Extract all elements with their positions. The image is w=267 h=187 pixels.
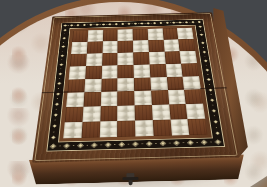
inlay-dot: • — [150, 22, 152, 24]
inlay-dot: • — [72, 144, 75, 147]
inlay-dot: • — [119, 23, 121, 25]
inlay-dot: • — [74, 24, 76, 26]
inlay-dot: • — [155, 142, 157, 145]
inlay-motif: ◈ — [173, 139, 180, 146]
inlay-dot: • — [56, 98, 58, 101]
inlay-motif: ◆ — [108, 23, 111, 26]
inlay-dot: • — [210, 140, 213, 143]
square-d1[interactable] — [117, 121, 135, 137]
square-a1[interactable] — [63, 122, 82, 138]
inlay-dot: • — [57, 87, 59, 90]
inlay-dot: • — [144, 22, 146, 24]
inlay-motif: ◆ — [210, 98, 214, 102]
inlay-motif: ◆ — [212, 109, 217, 113]
clasp[interactable] — [120, 173, 140, 187]
inlay-motif: ◈ — [200, 139, 207, 146]
square-d5[interactable] — [118, 65, 134, 78]
inlay-dot: • — [215, 126, 218, 129]
square-h3[interactable] — [184, 89, 203, 104]
square-f3[interactable] — [151, 90, 169, 105]
square-e5[interactable] — [134, 64, 151, 77]
inlay-dot: • — [170, 22, 172, 24]
inlay-motif: ◆ — [140, 22, 143, 25]
square-h7[interactable] — [178, 39, 195, 51]
inlay-motif: ◈ — [214, 138, 221, 145]
square-e2[interactable] — [135, 105, 153, 121]
inlay-motif: ◈ — [105, 141, 112, 148]
inlay-dot: • — [106, 23, 108, 25]
inlay-motif: ◆ — [127, 22, 130, 25]
inlay-dot: • — [200, 30, 202, 32]
square-e6[interactable] — [133, 52, 149, 65]
inlay-motif: ◆ — [215, 131, 220, 135]
square-b7[interactable] — [87, 41, 103, 53]
inlay-dot: • — [208, 83, 211, 86]
inlay-dot: • — [212, 104, 215, 107]
inlay-motif: ◆ — [198, 25, 202, 28]
inlay-dot: • — [196, 141, 199, 144]
square-d6[interactable] — [118, 52, 134, 65]
inlay-dot: • — [168, 141, 171, 144]
square-e3[interactable] — [134, 91, 151, 106]
square-b8[interactable] — [87, 30, 103, 42]
inlay-dot: • — [60, 68, 62, 71]
square-a3[interactable] — [66, 93, 84, 108]
square-b2[interactable] — [82, 106, 100, 122]
square-g7[interactable] — [163, 39, 180, 51]
inlay-motif: ◆ — [52, 124, 56, 128]
inlay-motif: ◈ — [132, 141, 139, 148]
square-a7[interactable] — [71, 42, 87, 54]
inlay-motif: ◆ — [204, 59, 208, 62]
square-h8[interactable] — [177, 28, 193, 40]
photo-canvas: ◆•◆•◆•◆•◆•◆•◆•◆•◆•◆•◆•◆•◆•◆•◆•◆•◆•◆•◆•◆•… — [0, 0, 267, 187]
inlay-motif: ◆ — [200, 33, 204, 36]
square-g5[interactable] — [165, 63, 182, 76]
inlay-dot: • — [182, 141, 185, 144]
inlay-motif: ◆ — [62, 37, 66, 40]
inlay-motif: ◈ — [63, 142, 70, 149]
square-c8[interactable] — [103, 30, 118, 42]
inlay-motif: ◆ — [207, 78, 211, 82]
inlay-dot: • — [213, 115, 216, 118]
inlay-motif: ◈ — [118, 141, 124, 148]
square-f6[interactable] — [149, 51, 166, 64]
square-g8[interactable] — [162, 28, 178, 40]
inlay-dot: • — [112, 23, 114, 25]
square-b1[interactable] — [81, 122, 100, 138]
inlay-dot: • — [87, 24, 89, 26]
square-c1[interactable] — [99, 121, 117, 137]
clasp-loop — [129, 180, 133, 185]
inlay-motif: ◆ — [205, 68, 209, 72]
inlay-motif: ◆ — [202, 50, 206, 53]
inlay-motif: ◈ — [159, 140, 166, 147]
inlay-dot: • — [80, 24, 82, 26]
inlay-dot: • — [100, 143, 102, 146]
inlay-dot: • — [157, 22, 159, 24]
inlay-dot: • — [125, 23, 127, 25]
inlay-motif: ◆ — [61, 45, 65, 48]
inlay-motif: ◆ — [201, 42, 205, 45]
inlay-motif: ◆ — [57, 82, 61, 86]
inlay-motif: ◆ — [59, 63, 63, 66]
square-c5[interactable] — [101, 65, 117, 78]
square-e8[interactable] — [133, 29, 148, 41]
square-c7[interactable] — [102, 41, 118, 53]
inlay-dot: • — [210, 94, 213, 97]
square-f5[interactable] — [149, 64, 166, 77]
inlay-motif: ◆ — [95, 23, 98, 26]
square-g3[interactable] — [168, 90, 186, 105]
inlay-dot: • — [138, 22, 140, 24]
board-top-face: ◆•◆•◆•◆•◆•◆•◆•◆•◆•◆•◆•◆•◆•◆•◆•◆•◆•◆•◆•◆•… — [32, 12, 240, 162]
square-a5[interactable] — [69, 66, 86, 79]
square-d2[interactable] — [117, 106, 135, 122]
square-e7[interactable] — [133, 40, 149, 52]
square-g1[interactable] — [170, 119, 189, 135]
square-c2[interactable] — [100, 106, 118, 122]
inlay-motif: ◈ — [77, 142, 84, 149]
inlay-dot: • — [163, 22, 165, 24]
inlay-motif: ◆ — [58, 72, 62, 76]
square-h2[interactable] — [186, 104, 205, 119]
inlay-motif: ◆ — [213, 120, 218, 124]
inlay-dot: • — [114, 143, 116, 146]
square-b6[interactable] — [86, 53, 102, 66]
inlay-dot: • — [62, 50, 64, 52]
inlay-dot: • — [67, 24, 69, 26]
inlay-dot: • — [61, 59, 63, 61]
inlay-dot: • — [207, 74, 209, 77]
square-c3[interactable] — [100, 92, 117, 107]
inlay-motif: ◆ — [54, 113, 58, 117]
square-d3[interactable] — [117, 91, 134, 106]
square-f7[interactable] — [148, 40, 164, 52]
square-a8[interactable] — [72, 30, 88, 42]
inlay-motif: ◆ — [197, 20, 201, 23]
inlay-dot: • — [204, 55, 206, 57]
square-a6[interactable] — [70, 53, 87, 66]
inlay-motif: ◈ — [49, 143, 56, 150]
inlay-dot: • — [58, 78, 60, 81]
square-e1[interactable] — [135, 120, 153, 136]
square-f1[interactable] — [153, 120, 172, 136]
inlay-motif: ◈ — [91, 142, 98, 149]
inlay-motif: ◈ — [187, 139, 194, 146]
inlay-dot: • — [176, 21, 178, 23]
inlay-dot: • — [189, 21, 191, 23]
inlay-motif: ◆ — [134, 22, 137, 25]
inlay-dot: • — [127, 143, 129, 146]
square-d8[interactable] — [118, 29, 133, 41]
inlay-dot: • — [202, 46, 204, 48]
square-f2[interactable] — [152, 105, 170, 120]
inlay-motif: ◆ — [60, 54, 64, 57]
inlay-dot: • — [182, 21, 184, 23]
square-c6[interactable] — [102, 53, 118, 66]
inlay-motif: ◆ — [63, 29, 67, 32]
inlay-dot: • — [86, 144, 88, 147]
inlay-dot: • — [93, 24, 95, 26]
inlay-dot: • — [195, 21, 197, 23]
square-h5[interactable] — [181, 63, 199, 76]
square-h6[interactable] — [180, 51, 197, 64]
inlay-dot: • — [53, 131, 56, 134]
inlay-motif: ◆ — [89, 23, 92, 26]
square-g2[interactable] — [169, 104, 188, 119]
chess-box: ◆•◆•◆•◆•◆•◆•◆•◆•◆•◆•◆•◆•◆•◆•◆•◆•◆•◆•◆•◆•… — [0, 0, 267, 187]
square-b5[interactable] — [85, 65, 102, 78]
inlay-dot: • — [141, 142, 143, 145]
inlay-dot: • — [205, 64, 207, 66]
inlay-dot: • — [63, 42, 65, 44]
inlay-dot: • — [55, 108, 57, 111]
inlay-motif: ◆ — [55, 102, 59, 106]
square-a2[interactable] — [65, 107, 84, 123]
square-h1[interactable] — [188, 119, 208, 135]
chess-board-grid — [63, 28, 207, 139]
inlay-dot: • — [131, 23, 133, 25]
square-d7[interactable] — [118, 40, 134, 52]
inlay-motif: ◆ — [121, 22, 124, 25]
inlay-dot: • — [54, 119, 57, 122]
square-f8[interactable] — [147, 28, 163, 40]
inlay-motif: ◈ — [146, 140, 153, 147]
inlay-motif: ◆ — [102, 23, 105, 26]
inlay-motif: ◆ — [115, 23, 118, 26]
inlay-dot: • — [201, 38, 203, 40]
inlay-motif: ◆ — [51, 136, 56, 140]
square-g6[interactable] — [164, 51, 181, 64]
inlay-dot: • — [59, 144, 62, 147]
square-b3[interactable] — [83, 92, 101, 107]
inlay-dot: • — [99, 23, 101, 25]
inlay-dot: • — [63, 33, 65, 35]
